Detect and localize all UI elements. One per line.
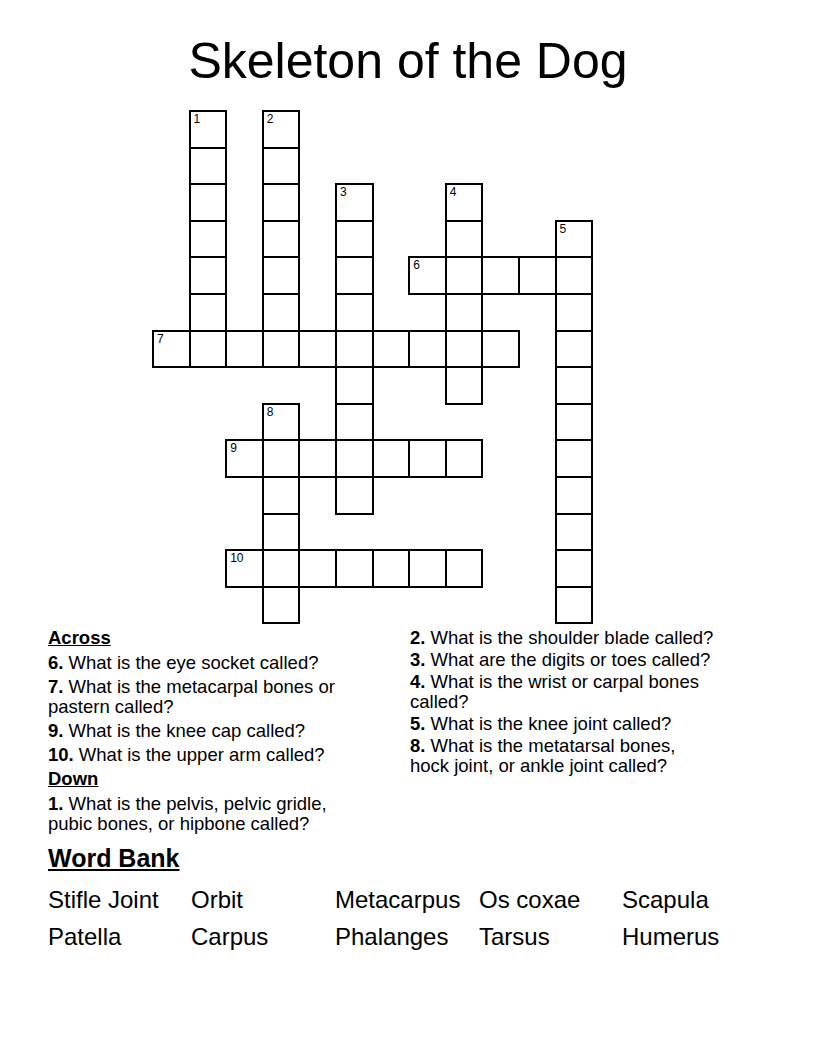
- grid-cell[interactable]: [189, 183, 228, 222]
- grid-cell[interactable]: [408, 330, 447, 369]
- clue-number-label: 1.: [48, 793, 63, 814]
- grid-cell[interactable]: [262, 476, 301, 515]
- clue-number-label: 4.: [410, 671, 425, 692]
- grid-cell[interactable]: [262, 293, 301, 332]
- grid-cell[interactable]: [445, 439, 484, 478]
- clues-column-left: Across6. What is the eye socket called?7…: [48, 628, 404, 838]
- clue: 6. What is the eye socket called?: [48, 653, 404, 673]
- clue: 7. What is the metacarpal bones or paste…: [48, 677, 404, 717]
- clue: 9. What is the knee cap called?: [48, 721, 404, 741]
- grid-cell[interactable]: [445, 220, 484, 259]
- clue-text: What is the knee joint called?: [425, 713, 671, 734]
- clue-number: 10: [230, 551, 243, 565]
- clue: 3. What are the digits or toes called?: [410, 650, 766, 670]
- clue: 5. What is the knee joint called?: [410, 714, 766, 734]
- word-bank-word: Os coxae: [479, 886, 622, 923]
- grid-cell[interactable]: [555, 476, 594, 515]
- clue: 1. What is the pelvis, pelvic gridle, pu…: [48, 794, 404, 834]
- grid-cell[interactable]: [335, 403, 374, 442]
- grid-cell[interactable]: [481, 330, 520, 369]
- grid-cell[interactable]: [372, 549, 411, 588]
- word-bank-word: Humerus: [622, 923, 788, 960]
- grid-cell[interactable]: [189, 330, 228, 369]
- grid-cell[interactable]: 5: [555, 220, 594, 259]
- grid-cell[interactable]: [555, 366, 594, 405]
- word-bank-heading: Word Bank: [48, 843, 788, 873]
- grid-cell[interactable]: 6: [408, 256, 447, 295]
- grid-cell[interactable]: [335, 330, 374, 369]
- grid-cell[interactable]: [555, 549, 594, 588]
- clue-text: What are the digits or toes called?: [425, 649, 710, 670]
- clue-number-label: 6.: [48, 652, 63, 673]
- clue-text: What is the eye socket called?: [63, 652, 318, 673]
- clue-number-label: 3.: [410, 649, 425, 670]
- grid-cell[interactable]: [262, 183, 301, 222]
- grid-cell[interactable]: [335, 220, 374, 259]
- grid-cell[interactable]: [555, 439, 594, 478]
- grid-cell[interactable]: [262, 439, 301, 478]
- grid-cell[interactable]: [555, 330, 594, 369]
- grid-cell[interactable]: [262, 513, 301, 552]
- grid-cell[interactable]: [189, 147, 228, 186]
- clue-number: 4: [450, 185, 457, 199]
- grid-cell[interactable]: [408, 549, 447, 588]
- clue-text: What is the pelvis, pelvic gridle, pubic…: [48, 793, 327, 834]
- clue-number-label: 8.: [410, 735, 425, 756]
- grid-cell[interactable]: [372, 330, 411, 369]
- clue: 2. What is the shoulder blade called?: [410, 628, 766, 648]
- grid-cell[interactable]: [372, 439, 411, 478]
- clue-number-label: 2.: [410, 627, 425, 648]
- grid-cell[interactable]: [262, 330, 301, 369]
- grid-cell[interactable]: [262, 586, 301, 625]
- grid-cell[interactable]: [189, 293, 228, 332]
- word-bank-word: Carpus: [191, 923, 335, 960]
- grid-cell[interactable]: [555, 513, 594, 552]
- clue-number: 1: [194, 112, 201, 126]
- clue-number: 6: [413, 258, 420, 272]
- word-bank-word: Orbit: [191, 886, 335, 923]
- word-bank-word: Tarsus: [479, 923, 622, 960]
- clue: 4. What is the wrist or carpal bones cal…: [410, 672, 766, 712]
- clue-text: What is the shoulder blade called?: [425, 627, 713, 648]
- page-title: Skeleton of the Dog: [0, 33, 816, 89]
- grid-cell[interactable]: [262, 549, 301, 588]
- clue-number: 5: [560, 222, 567, 236]
- grid-cell[interactable]: [408, 439, 447, 478]
- grid-cell[interactable]: [335, 549, 374, 588]
- grid-cell[interactable]: [262, 256, 301, 295]
- grid-cell[interactable]: 4: [445, 183, 484, 222]
- grid-cell[interactable]: [189, 256, 228, 295]
- word-bank: Word Bank Stifle JointOrbitMetacarpusOs …: [48, 843, 788, 960]
- grid-cell[interactable]: 2: [262, 110, 301, 149]
- grid-cell[interactable]: [335, 439, 374, 478]
- clue-number-label: 10.: [48, 744, 74, 765]
- clue-number-label: 5.: [410, 713, 425, 734]
- grid-cell[interactable]: [445, 293, 484, 332]
- grid-cell[interactable]: [298, 439, 337, 478]
- clue-text: What is the metatarsal bones, hock joint…: [410, 735, 675, 776]
- word-bank-word: Phalanges: [335, 923, 479, 960]
- word-bank-word: Metacarpus: [335, 886, 479, 923]
- clues-heading: Down: [48, 769, 404, 789]
- grid-cell[interactable]: [335, 293, 374, 332]
- clue-number: 9: [230, 441, 237, 455]
- grid-cell[interactable]: [555, 403, 594, 442]
- clue-text: What is the wrist or carpal bones called…: [410, 671, 699, 712]
- grid-cell[interactable]: [335, 476, 374, 515]
- clue-text: What is the upper arm called?: [74, 744, 325, 765]
- word-bank-word: Stifle Joint: [48, 886, 191, 923]
- clue-number: 8: [267, 405, 274, 419]
- clue-number: 3: [340, 185, 347, 199]
- grid-cell[interactable]: [298, 330, 337, 369]
- grid-cell[interactable]: [335, 256, 374, 295]
- clue-number: 2: [267, 112, 274, 126]
- word-bank-word: Patella: [48, 923, 191, 960]
- clues-column-right: 2. What is the shoulder blade called?3. …: [410, 628, 766, 778]
- clue: 10. What is the upper arm called?: [48, 745, 404, 765]
- grid-cell[interactable]: [189, 220, 228, 259]
- grid-cell[interactable]: [262, 220, 301, 259]
- grid-cell[interactable]: 9: [225, 439, 264, 478]
- grid-cell[interactable]: [445, 256, 484, 295]
- crossword-grid: 12345678910: [152, 110, 594, 625]
- grid-cell[interactable]: [555, 256, 594, 295]
- clue: 8. What is the metatarsal bones, hock jo…: [410, 736, 766, 776]
- clues-heading: Across: [48, 628, 404, 648]
- word-bank-grid: Stifle JointOrbitMetacarpusOs coxaeScapu…: [48, 886, 788, 960]
- grid-cell[interactable]: [518, 256, 557, 295]
- word-bank-word: Scapula: [622, 886, 788, 923]
- clue-number: 7: [157, 332, 164, 346]
- grid-cell[interactable]: 1: [189, 110, 228, 149]
- grid-cell[interactable]: 10: [225, 549, 264, 588]
- grid-cell[interactable]: [481, 256, 520, 295]
- clue-text: What is the metacarpal bones or pastern …: [48, 676, 335, 717]
- grid-cell[interactable]: [555, 293, 594, 332]
- grid-cell[interactable]: [445, 549, 484, 588]
- grid-cell[interactable]: [445, 330, 484, 369]
- grid-cell[interactable]: 7: [152, 330, 191, 369]
- grid-cell[interactable]: [262, 147, 301, 186]
- grid-cell[interactable]: [555, 586, 594, 625]
- grid-cell[interactable]: [445, 366, 484, 405]
- clue-text: What is the knee cap called?: [63, 720, 305, 741]
- grid-cell[interactable]: 8: [262, 403, 301, 442]
- grid-cell[interactable]: [225, 330, 264, 369]
- clue-number-label: 7.: [48, 676, 63, 697]
- grid-cell[interactable]: 3: [335, 183, 374, 222]
- grid-cell[interactable]: [335, 366, 374, 405]
- clue-number-label: 9.: [48, 720, 63, 741]
- grid-cell[interactable]: [298, 549, 337, 588]
